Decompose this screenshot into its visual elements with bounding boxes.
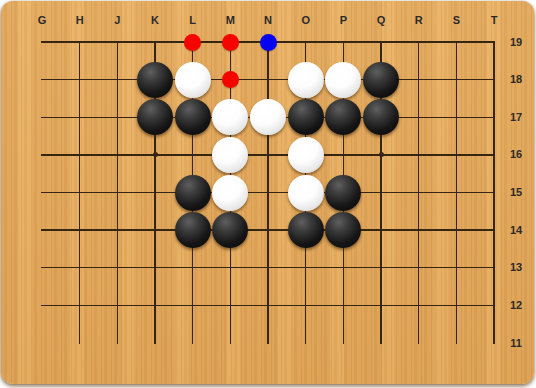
- intersection-L12[interactable]: [178, 290, 208, 320]
- intersection-K16[interactable]: [140, 140, 170, 170]
- intersection-L16[interactable]: [178, 140, 208, 170]
- intersection-N15[interactable]: [253, 178, 283, 208]
- intersection-Q12[interactable]: [366, 290, 396, 320]
- marker-red-M19: [222, 34, 239, 51]
- intersection-R19[interactable]: [404, 27, 434, 57]
- white-stone-O16: [288, 137, 324, 173]
- intersection-O13[interactable]: [291, 253, 321, 283]
- intersection-T15[interactable]: [479, 178, 509, 208]
- intersection-H16[interactable]: [65, 140, 95, 170]
- intersection-S12[interactable]: [441, 290, 471, 320]
- intersection-R11[interactable]: [404, 328, 434, 358]
- intersection-Q11[interactable]: [366, 328, 396, 358]
- black-stone-M14: [212, 212, 248, 248]
- intersection-H18[interactable]: [65, 65, 95, 95]
- intersection-O11[interactable]: [291, 328, 321, 358]
- intersection-H17[interactable]: [65, 102, 95, 132]
- intersection-G19[interactable]: [27, 27, 57, 57]
- intersection-N13[interactable]: [253, 253, 283, 283]
- intersection-T13[interactable]: [479, 253, 509, 283]
- intersection-S15[interactable]: [441, 178, 471, 208]
- intersection-S16[interactable]: [441, 140, 471, 170]
- white-stone-L18: [175, 62, 211, 98]
- intersection-J13[interactable]: [102, 253, 132, 283]
- intersection-J19[interactable]: [102, 27, 132, 57]
- white-stone-M15: [212, 175, 248, 211]
- col-label-G: G: [30, 14, 54, 27]
- intersection-S11[interactable]: [441, 328, 471, 358]
- marker-blue-N19: [260, 34, 277, 51]
- col-label-N: N: [256, 14, 280, 27]
- marker-red-M18: [222, 71, 239, 88]
- col-label-R: R: [407, 14, 431, 27]
- intersection-K12[interactable]: [140, 290, 170, 320]
- intersection-P13[interactable]: [328, 253, 358, 283]
- intersection-J14[interactable]: [102, 215, 132, 245]
- intersection-R16[interactable]: [404, 140, 434, 170]
- intersection-M12[interactable]: [215, 290, 245, 320]
- marker-red-L19: [184, 34, 201, 51]
- black-stone-Q17: [363, 99, 399, 135]
- white-stone-M17: [212, 99, 248, 135]
- intersection-R17[interactable]: [404, 102, 434, 132]
- col-label-O: O: [294, 14, 318, 27]
- black-stone-P15: [325, 175, 361, 211]
- screenshot-root: GHJKLMNOPQRST191817161514131211: [0, 0, 536, 388]
- intersection-O19[interactable]: [291, 27, 321, 57]
- intersection-G18[interactable]: [27, 65, 57, 95]
- intersection-T12[interactable]: [479, 290, 509, 320]
- white-stone-M16: [212, 137, 248, 173]
- col-label-Q: Q: [369, 14, 393, 27]
- intersection-S19[interactable]: [441, 27, 471, 57]
- intersection-H11[interactable]: [65, 328, 95, 358]
- intersection-J18[interactable]: [102, 65, 132, 95]
- intersection-H12[interactable]: [65, 290, 95, 320]
- intersection-T16[interactable]: [479, 140, 509, 170]
- white-stone-O18: [288, 62, 324, 98]
- intersection-M11[interactable]: [215, 328, 245, 358]
- intersection-K19[interactable]: [140, 27, 170, 57]
- col-label-P: P: [331, 14, 355, 27]
- intersection-K15[interactable]: [140, 178, 170, 208]
- intersection-J11[interactable]: [102, 328, 132, 358]
- intersection-O12[interactable]: [291, 290, 321, 320]
- black-stone-L17: [175, 99, 211, 135]
- intersection-Q19[interactable]: [366, 27, 396, 57]
- intersection-Q16[interactable]: [366, 140, 396, 170]
- intersection-T17[interactable]: [479, 102, 509, 132]
- intersection-G14[interactable]: [27, 215, 57, 245]
- intersection-R12[interactable]: [404, 290, 434, 320]
- intersection-R14[interactable]: [404, 215, 434, 245]
- intersection-R15[interactable]: [404, 178, 434, 208]
- black-stone-L14: [175, 212, 211, 248]
- intersection-G17[interactable]: [27, 102, 57, 132]
- intersection-Q14[interactable]: [366, 215, 396, 245]
- intersection-P16[interactable]: [328, 140, 358, 170]
- intersection-G16[interactable]: [27, 140, 57, 170]
- intersection-P19[interactable]: [328, 27, 358, 57]
- intersection-L11[interactable]: [178, 328, 208, 358]
- white-stone-O15: [288, 175, 324, 211]
- intersection-P12[interactable]: [328, 290, 358, 320]
- intersection-H14[interactable]: [65, 215, 95, 245]
- intersection-S14[interactable]: [441, 215, 471, 245]
- intersection-S17[interactable]: [441, 102, 471, 132]
- intersection-K11[interactable]: [140, 328, 170, 358]
- intersection-H15[interactable]: [65, 178, 95, 208]
- intersection-M13[interactable]: [215, 253, 245, 283]
- black-stone-P17: [325, 99, 361, 135]
- intersection-G13[interactable]: [27, 253, 57, 283]
- white-stone-N17: [250, 99, 286, 135]
- go-board: GHJKLMNOPQRST191817161514131211: [1, 1, 534, 384]
- col-label-S: S: [444, 14, 468, 27]
- intersection-N16[interactable]: [253, 140, 283, 170]
- intersection-R18[interactable]: [404, 65, 434, 95]
- intersection-P11[interactable]: [328, 328, 358, 358]
- intersection-T18[interactable]: [479, 65, 509, 95]
- black-stone-K17: [137, 99, 173, 135]
- black-stone-K18: [137, 62, 173, 98]
- intersection-J15[interactable]: [102, 178, 132, 208]
- intersection-K14[interactable]: [140, 215, 170, 245]
- col-label-K: K: [143, 14, 167, 27]
- black-stone-L15: [175, 175, 211, 211]
- col-label-M: M: [218, 14, 242, 27]
- col-label-J: J: [105, 14, 129, 27]
- intersection-T14[interactable]: [479, 215, 509, 245]
- intersection-S18[interactable]: [441, 65, 471, 95]
- intersection-K13[interactable]: [140, 253, 170, 283]
- col-label-L: L: [181, 14, 205, 27]
- white-stone-P18: [325, 62, 361, 98]
- intersection-T11[interactable]: [479, 328, 509, 358]
- intersection-J17[interactable]: [102, 102, 132, 132]
- intersection-T19[interactable]: [479, 27, 509, 57]
- col-label-H: H: [68, 14, 92, 27]
- intersection-N14[interactable]: [253, 215, 283, 245]
- black-stone-Q18: [363, 62, 399, 98]
- intersection-N12[interactable]: [253, 290, 283, 320]
- col-label-T: T: [482, 14, 506, 27]
- intersection-N18[interactable]: [253, 65, 283, 95]
- intersection-H13[interactable]: [65, 253, 95, 283]
- black-stone-O14: [288, 212, 324, 248]
- intersection-L13[interactable]: [178, 253, 208, 283]
- intersection-N11[interactable]: [253, 328, 283, 358]
- intersection-J12[interactable]: [102, 290, 132, 320]
- intersection-H19[interactable]: [65, 27, 95, 57]
- intersection-G15[interactable]: [27, 178, 57, 208]
- intersection-S13[interactable]: [441, 253, 471, 283]
- intersection-Q13[interactable]: [366, 253, 396, 283]
- intersection-R13[interactable]: [404, 253, 434, 283]
- intersection-J16[interactable]: [102, 140, 132, 170]
- intersection-G12[interactable]: [27, 290, 57, 320]
- black-stone-O17: [288, 99, 324, 135]
- black-stone-P14: [325, 212, 361, 248]
- intersection-Q15[interactable]: [366, 178, 396, 208]
- intersection-G11[interactable]: [27, 328, 57, 358]
